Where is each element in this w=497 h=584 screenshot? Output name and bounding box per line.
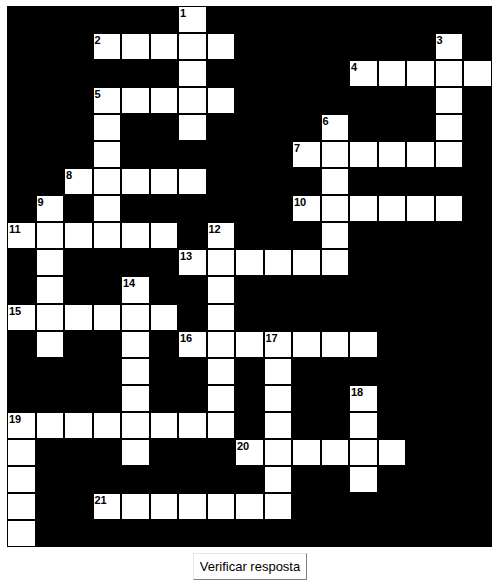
grid-cell-r14c4[interactable] — [121, 385, 150, 412]
black-cell — [406, 304, 435, 331]
grid-cell-r12c9[interactable]: 17 — [264, 331, 293, 358]
grid-cell-r12c11[interactable] — [321, 331, 350, 358]
black-cell — [292, 493, 321, 520]
black-cell — [64, 276, 93, 303]
black-cell — [378, 114, 407, 141]
grid-cell-r14c7[interactable] — [207, 385, 236, 412]
black-cell — [321, 60, 350, 87]
black-cell — [292, 276, 321, 303]
grid-cell-r14c9[interactable] — [264, 385, 293, 412]
grid-cell-r13c7[interactable] — [207, 358, 236, 385]
black-cell — [406, 276, 435, 303]
black-cell — [36, 87, 65, 114]
grid-cell-r16c11[interactable] — [321, 439, 350, 466]
grid-cell-r6c5[interactable] — [150, 168, 179, 195]
black-cell — [207, 141, 236, 168]
black-cell — [292, 385, 321, 412]
black-cell — [264, 195, 293, 222]
clue-number-8: 8 — [66, 169, 72, 181]
black-cell — [463, 358, 492, 385]
black-cell — [435, 168, 464, 195]
black-cell — [321, 493, 350, 520]
grid-cell-r9c6[interactable]: 13 — [178, 249, 207, 276]
grid-cell-r13c4[interactable] — [121, 358, 150, 385]
grid-cell-r4c11[interactable]: 6 — [321, 114, 350, 141]
grid-cell-r12c1[interactable] — [36, 331, 65, 358]
black-cell — [463, 222, 492, 249]
black-cell — [150, 141, 179, 168]
black-cell — [349, 222, 378, 249]
grid-cell-r19c0[interactable] — [7, 520, 36, 547]
black-cell — [463, 520, 492, 547]
grid-cell-r11c5[interactable] — [150, 304, 179, 331]
grid-cell-r10c7[interactable] — [207, 276, 236, 303]
grid-cell-r15c6[interactable] — [178, 412, 207, 439]
grid-cell-r3c15[interactable] — [435, 87, 464, 114]
black-cell — [64, 493, 93, 520]
black-cell — [36, 114, 65, 141]
grid-cell-r4c3[interactable] — [93, 114, 122, 141]
grid-cell-r18c9[interactable] — [264, 493, 293, 520]
clue-number-7: 7 — [294, 142, 300, 154]
black-cell — [463, 33, 492, 60]
black-cell — [178, 141, 207, 168]
black-cell — [7, 60, 36, 87]
black-cell — [463, 385, 492, 412]
grid-cell-r16c9[interactable] — [264, 439, 293, 466]
black-cell — [264, 60, 293, 87]
black-cell — [235, 304, 264, 331]
black-cell — [64, 520, 93, 547]
grid-cell-r13c9[interactable] — [264, 358, 293, 385]
grid-cell-r17c0[interactable] — [7, 466, 36, 493]
black-cell — [292, 114, 321, 141]
grid-cell-r11c2[interactable] — [64, 304, 93, 331]
grid-cell-r5c12[interactable] — [349, 141, 378, 168]
black-cell — [321, 520, 350, 547]
clue-number-17: 17 — [266, 332, 278, 344]
black-cell — [292, 6, 321, 33]
black-cell — [178, 520, 207, 547]
grid-cell-r15c4[interactable] — [121, 412, 150, 439]
black-cell — [292, 466, 321, 493]
grid-cell-r5c14[interactable] — [406, 141, 435, 168]
black-cell — [64, 87, 93, 114]
grid-cell-r15c7[interactable] — [207, 412, 236, 439]
grid-cell-r15c1[interactable] — [36, 412, 65, 439]
clue-number-16: 16 — [180, 332, 192, 344]
clue-number-3: 3 — [437, 34, 443, 46]
grid-cell-r16c13[interactable] — [378, 439, 407, 466]
black-cell — [463, 439, 492, 466]
black-cell — [349, 249, 378, 276]
grid-cell-r4c15[interactable] — [435, 114, 464, 141]
grid-cell-r15c2[interactable] — [64, 412, 93, 439]
black-cell — [121, 6, 150, 33]
grid-cell-r9c1[interactable] — [36, 249, 65, 276]
grid-cell-r9c8[interactable] — [235, 249, 264, 276]
black-cell — [463, 87, 492, 114]
black-cell — [150, 520, 179, 547]
grid-cell-r11c7[interactable] — [207, 304, 236, 331]
black-cell — [235, 114, 264, 141]
clue-number-11: 11 — [9, 223, 21, 235]
black-cell — [378, 168, 407, 195]
black-cell — [121, 195, 150, 222]
grid-cell-r11c1[interactable] — [36, 304, 65, 331]
black-cell — [64, 358, 93, 385]
grid-cell-r6c11[interactable] — [321, 168, 350, 195]
grid-cell-r2c6[interactable] — [178, 60, 207, 87]
black-cell — [463, 331, 492, 358]
grid-cell-r3c5[interactable] — [150, 87, 179, 114]
black-cell — [207, 195, 236, 222]
grid-cell-r18c8[interactable] — [235, 493, 264, 520]
black-cell — [378, 358, 407, 385]
black-cell — [235, 276, 264, 303]
grid-cell-r5c11[interactable] — [321, 141, 350, 168]
black-cell — [7, 276, 36, 303]
grid-cell-r6c2[interactable]: 8 — [64, 168, 93, 195]
grid-cell-r7c14[interactable] — [406, 195, 435, 222]
black-cell — [463, 195, 492, 222]
grid-cell-r11c0[interactable]: 15 — [7, 304, 36, 331]
grid-cell-r16c10[interactable] — [292, 439, 321, 466]
black-cell — [7, 385, 36, 412]
black-cell — [235, 60, 264, 87]
black-cell — [121, 60, 150, 87]
black-cell — [435, 520, 464, 547]
grid-cell-r8c0[interactable]: 11 — [7, 222, 36, 249]
black-cell — [121, 249, 150, 276]
grid-cell-r15c12[interactable] — [349, 412, 378, 439]
grid-cell-r11c4[interactable] — [121, 304, 150, 331]
black-cell — [264, 33, 293, 60]
black-cell — [64, 249, 93, 276]
black-cell — [93, 385, 122, 412]
black-cell — [36, 6, 65, 33]
black-cell — [292, 60, 321, 87]
grid-cell-r7c3[interactable] — [93, 195, 122, 222]
black-cell — [378, 331, 407, 358]
grid-cell-r3c3[interactable]: 5 — [93, 87, 122, 114]
clue-number-20: 20 — [237, 440, 249, 452]
black-cell — [36, 60, 65, 87]
black-cell — [406, 249, 435, 276]
black-cell — [150, 331, 179, 358]
clue-number-4: 4 — [351, 61, 357, 73]
clue-number-10: 10 — [294, 196, 306, 208]
black-cell — [64, 6, 93, 33]
black-cell — [463, 249, 492, 276]
grid-cell-r18c4[interactable] — [121, 493, 150, 520]
grid-cell-r8c3[interactable] — [93, 222, 122, 249]
black-cell — [378, 6, 407, 33]
black-cell — [435, 385, 464, 412]
grid-cell-r2c13[interactable] — [378, 60, 407, 87]
black-cell — [64, 331, 93, 358]
grid-cell-r6c4[interactable] — [121, 168, 150, 195]
grid-cell-r12c8[interactable] — [235, 331, 264, 358]
black-cell — [235, 141, 264, 168]
grid-cell-r16c0[interactable] — [7, 439, 36, 466]
grid-cell-r12c10[interactable] — [292, 331, 321, 358]
clue-number-18: 18 — [351, 386, 363, 398]
grid-cell-r15c9[interactable] — [264, 412, 293, 439]
grid-cell-r7c1[interactable]: 9 — [36, 195, 65, 222]
black-cell — [435, 466, 464, 493]
grid-cell-r1c6[interactable] — [178, 33, 207, 60]
grid-cell-r6c6[interactable] — [178, 168, 207, 195]
grid-cell-r12c7[interactable] — [207, 331, 236, 358]
grid-cell-r8c7[interactable]: 12 — [207, 222, 236, 249]
black-cell — [207, 520, 236, 547]
black-cell — [463, 493, 492, 520]
black-cell — [36, 385, 65, 412]
grid-cell-r15c0[interactable]: 19 — [7, 412, 36, 439]
black-cell — [7, 358, 36, 385]
black-cell — [93, 276, 122, 303]
black-cell — [406, 466, 435, 493]
black-cell — [64, 33, 93, 60]
black-cell — [463, 276, 492, 303]
black-cell — [36, 33, 65, 60]
grid-cell-r3c6[interactable] — [178, 87, 207, 114]
grid-cell-r0c6[interactable]: 1 — [178, 6, 207, 33]
black-cell — [7, 141, 36, 168]
crossword-board: 123456789101112131415161718192021 — [7, 6, 492, 547]
black-cell — [7, 168, 36, 195]
grid-cell-r5c13[interactable] — [378, 141, 407, 168]
grid-cell-r9c7[interactable] — [207, 249, 236, 276]
black-cell — [463, 412, 492, 439]
grid-cell-r1c15[interactable]: 3 — [435, 33, 464, 60]
black-cell — [463, 466, 492, 493]
grid-cell-r18c3[interactable]: 21 — [93, 493, 122, 520]
black-cell — [406, 358, 435, 385]
black-cell — [321, 412, 350, 439]
black-cell — [7, 195, 36, 222]
black-cell — [378, 222, 407, 249]
grid-cell-r18c6[interactable] — [178, 493, 207, 520]
black-cell — [264, 168, 293, 195]
grid-cell-r18c5[interactable] — [150, 493, 179, 520]
black-cell — [235, 358, 264, 385]
grid-cell-r7c11[interactable] — [321, 195, 350, 222]
black-cell — [64, 439, 93, 466]
black-cell — [7, 33, 36, 60]
grid-cell-r2c15[interactable] — [435, 60, 464, 87]
black-cell — [178, 222, 207, 249]
black-cell — [207, 466, 236, 493]
black-cell — [235, 168, 264, 195]
black-cell — [406, 439, 435, 466]
black-cell — [378, 493, 407, 520]
grid-cell-r14c12[interactable]: 18 — [349, 385, 378, 412]
grid-cell-r5c3[interactable] — [93, 141, 122, 168]
grid-cell-r6c3[interactable] — [93, 168, 122, 195]
black-cell — [36, 493, 65, 520]
grid-cell-r15c3[interactable] — [93, 412, 122, 439]
black-cell — [378, 33, 407, 60]
grid-cell-r15c5[interactable] — [150, 412, 179, 439]
grid-cell-r7c10[interactable]: 10 — [292, 195, 321, 222]
black-cell — [7, 249, 36, 276]
grid-cell-r12c12[interactable] — [349, 331, 378, 358]
black-cell — [264, 276, 293, 303]
grid-cell-r8c2[interactable] — [64, 222, 93, 249]
black-cell — [406, 168, 435, 195]
black-cell — [435, 276, 464, 303]
black-cell — [93, 249, 122, 276]
grid-cell-r18c0[interactable] — [7, 493, 36, 520]
black-cell — [150, 114, 179, 141]
black-cell — [150, 358, 179, 385]
grid-cell-r16c12[interactable] — [349, 439, 378, 466]
black-cell — [150, 249, 179, 276]
black-cell — [321, 358, 350, 385]
black-cell — [435, 304, 464, 331]
black-cell — [150, 385, 179, 412]
grid-cell-r10c4[interactable]: 14 — [121, 276, 150, 303]
grid-cell-r9c11[interactable] — [321, 249, 350, 276]
black-cell — [36, 520, 65, 547]
black-cell — [435, 358, 464, 385]
grid-cell-r8c1[interactable] — [36, 222, 65, 249]
black-cell — [235, 87, 264, 114]
black-cell — [463, 6, 492, 33]
black-cell — [36, 141, 65, 168]
black-cell — [321, 87, 350, 114]
black-cell — [64, 385, 93, 412]
black-cell — [207, 60, 236, 87]
black-cell — [349, 520, 378, 547]
black-cell — [292, 358, 321, 385]
black-cell — [150, 60, 179, 87]
black-cell — [207, 6, 236, 33]
black-cell — [406, 33, 435, 60]
black-cell — [178, 466, 207, 493]
grid-cell-r7c15[interactable] — [435, 195, 464, 222]
grid-cell-r5c10[interactable]: 7 — [292, 141, 321, 168]
grid-cell-r2c14[interactable] — [406, 60, 435, 87]
grid-cell-r9c10[interactable] — [292, 249, 321, 276]
black-cell — [36, 358, 65, 385]
black-cell — [435, 331, 464, 358]
black-cell — [7, 87, 36, 114]
black-cell — [292, 304, 321, 331]
black-cell — [7, 331, 36, 358]
grid-cell-r3c7[interactable] — [207, 87, 236, 114]
grid-cell-r8c11[interactable] — [321, 222, 350, 249]
grid-cell-r2c16[interactable] — [463, 60, 492, 87]
black-cell — [264, 141, 293, 168]
clue-number-21: 21 — [95, 494, 107, 506]
grid-cell-r7c12[interactable] — [349, 195, 378, 222]
black-cell — [463, 141, 492, 168]
grid-cell-r16c8[interactable]: 20 — [235, 439, 264, 466]
clue-number-19: 19 — [9, 413, 21, 425]
grid-cell-r1c5[interactable] — [150, 33, 179, 60]
black-cell — [378, 385, 407, 412]
grid-cell-r7c13[interactable] — [378, 195, 407, 222]
crossword-page: 123456789101112131415161718192021 Verifi… — [0, 0, 497, 584]
black-cell — [36, 466, 65, 493]
black-cell — [292, 222, 321, 249]
black-cell — [349, 493, 378, 520]
black-cell — [378, 466, 407, 493]
black-cell — [150, 466, 179, 493]
black-cell — [235, 520, 264, 547]
black-cell — [406, 6, 435, 33]
black-cell — [235, 466, 264, 493]
black-cell — [264, 520, 293, 547]
grid-cell-r1c4[interactable] — [121, 33, 150, 60]
black-cell — [264, 114, 293, 141]
black-cell — [406, 493, 435, 520]
black-cell — [121, 141, 150, 168]
black-cell — [36, 168, 65, 195]
grid-cell-r17c12[interactable] — [349, 466, 378, 493]
clue-number-9: 9 — [38, 196, 44, 208]
black-cell — [435, 412, 464, 439]
grid-cell-r12c6[interactable]: 16 — [178, 331, 207, 358]
black-cell — [349, 168, 378, 195]
black-cell — [406, 87, 435, 114]
grid-cell-r10c1[interactable] — [36, 276, 65, 303]
grid-cell-r1c7[interactable] — [207, 33, 236, 60]
black-cell — [235, 222, 264, 249]
black-cell — [235, 195, 264, 222]
grid-cell-r2c12[interactable]: 4 — [349, 60, 378, 87]
grid-cell-r4c6[interactable] — [178, 114, 207, 141]
verify-answer-button[interactable]: Verificar resposta — [193, 553, 307, 580]
grid-cell-r17c9[interactable] — [264, 466, 293, 493]
clue-number-6: 6 — [323, 115, 329, 127]
grid-cell-r12c4[interactable] — [121, 331, 150, 358]
black-cell — [207, 168, 236, 195]
grid-cell-r1c3[interactable]: 2 — [93, 33, 122, 60]
grid-cell-r16c4[interactable] — [121, 439, 150, 466]
black-cell — [435, 493, 464, 520]
black-cell — [264, 222, 293, 249]
grid-cell-r8c5[interactable] — [150, 222, 179, 249]
black-cell — [321, 6, 350, 33]
clue-number-13: 13 — [180, 250, 192, 262]
grid-cell-r18c7[interactable] — [207, 493, 236, 520]
black-cell — [93, 331, 122, 358]
clue-number-14: 14 — [123, 277, 135, 289]
grid-cell-r9c9[interactable] — [264, 249, 293, 276]
black-cell — [93, 466, 122, 493]
grid-cell-r8c4[interactable] — [121, 222, 150, 249]
grid-cell-r3c4[interactable] — [121, 87, 150, 114]
black-cell — [292, 412, 321, 439]
black-cell — [178, 195, 207, 222]
black-cell — [93, 60, 122, 87]
black-cell — [178, 304, 207, 331]
clue-number-2: 2 — [95, 34, 101, 46]
black-cell — [264, 87, 293, 114]
grid-cell-r11c3[interactable] — [93, 304, 122, 331]
clue-number-5: 5 — [95, 88, 101, 100]
black-cell — [378, 520, 407, 547]
grid-cell-r5c15[interactable] — [435, 141, 464, 168]
black-cell — [321, 385, 350, 412]
black-cell — [349, 87, 378, 114]
black-cell — [150, 195, 179, 222]
black-cell — [207, 439, 236, 466]
